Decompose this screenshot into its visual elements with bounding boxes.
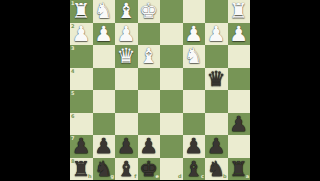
square-d6[interactable] [160,113,183,136]
rank-label-4: 4 [71,69,74,74]
square-b1[interactable] [205,0,228,23]
square-e7[interactable]: ♟ [138,135,161,158]
white-pawn[interactable]: ♟ [93,23,116,46]
black-knight[interactable]: ♞ [205,158,228,181]
white-bishop[interactable]: ♝ [138,45,161,68]
white-rook[interactable]: ♜ [70,0,93,23]
white-pawn[interactable]: ♟ [115,23,138,46]
square-g8[interactable]: ♞g [93,158,116,181]
file-label-d: d [178,174,182,179]
white-bishop[interactable]: ♝ [115,0,138,23]
square-f8[interactable]: ♝f [115,158,138,181]
square-f6[interactable] [115,113,138,136]
square-b4[interactable]: ♛ [205,68,228,91]
black-rook[interactable]: ♜ [228,158,251,181]
square-g1[interactable]: ♞ [93,0,116,23]
square-a4[interactable] [228,68,251,91]
letterbox-left [0,0,70,180]
square-f3[interactable]: ♛ [115,45,138,68]
square-b3[interactable] [205,45,228,68]
square-f2[interactable]: ♟ [115,23,138,46]
square-h3[interactable]: 3 [70,45,93,68]
square-h1[interactable]: ♜1 [70,0,93,23]
square-e2[interactable] [138,23,161,46]
square-h6[interactable]: 6 [70,113,93,136]
square-d8[interactable]: d [160,158,183,181]
square-a3[interactable] [228,45,251,68]
square-a7[interactable] [228,135,251,158]
black-queen[interactable]: ♛ [205,68,228,91]
square-e8[interactable]: ♚e [138,158,161,181]
square-d7[interactable] [160,135,183,158]
square-h7[interactable]: ♟7 [70,135,93,158]
square-g3[interactable] [93,45,116,68]
square-c5[interactable] [183,90,206,113]
letterbox-right [250,0,320,180]
white-pawn[interactable]: ♟ [228,23,251,46]
square-g2[interactable]: ♟ [93,23,116,46]
black-pawn[interactable]: ♟ [93,135,116,158]
black-pawn[interactable]: ♟ [183,135,206,158]
square-h8[interactable]: ♜8h [70,158,93,181]
square-c7[interactable]: ♟ [183,135,206,158]
square-a6[interactable]: ♟ [228,113,251,136]
white-king[interactable]: ♚ [138,0,161,23]
video-frame: ♜1♞♝♚♜♟2♟♟♟♟♟3♛♝♞4♛56♟♟7♟♟♟♟♟♜8h♞g♝f♚ed♝… [0,0,320,180]
square-d2[interactable] [160,23,183,46]
square-e3[interactable]: ♝ [138,45,161,68]
square-e4[interactable] [138,68,161,91]
white-rook[interactable]: ♜ [228,0,251,23]
rank-label-5: 5 [71,91,74,96]
square-b8[interactable]: ♞b [205,158,228,181]
square-f4[interactable] [115,68,138,91]
square-b2[interactable]: ♟ [205,23,228,46]
black-knight[interactable]: ♞ [93,158,116,181]
white-pawn[interactable]: ♟ [70,23,93,46]
square-e6[interactable] [138,113,161,136]
square-b5[interactable] [205,90,228,113]
white-queen[interactable]: ♛ [115,45,138,68]
square-d4[interactable] [160,68,183,91]
black-pawn[interactable]: ♟ [228,113,251,136]
square-d3[interactable] [160,45,183,68]
square-c2[interactable]: ♟ [183,23,206,46]
square-c1[interactable] [183,0,206,23]
square-d5[interactable] [160,90,183,113]
black-pawn[interactable]: ♟ [115,135,138,158]
square-g5[interactable] [93,90,116,113]
black-pawn[interactable]: ♟ [205,135,228,158]
square-f5[interactable] [115,90,138,113]
rank-label-3: 3 [71,46,74,51]
square-a1[interactable]: ♜ [228,0,251,23]
square-g7[interactable]: ♟ [93,135,116,158]
black-pawn[interactable]: ♟ [138,135,161,158]
square-f1[interactable]: ♝ [115,0,138,23]
square-h4[interactable]: 4 [70,68,93,91]
rank-label-6: 6 [71,114,74,119]
black-bishop[interactable]: ♝ [115,158,138,181]
square-f7[interactable]: ♟ [115,135,138,158]
square-h5[interactable]: 5 [70,90,93,113]
white-pawn[interactable]: ♟ [183,23,206,46]
square-g4[interactable] [93,68,116,91]
square-b7[interactable]: ♟ [205,135,228,158]
square-c3[interactable]: ♞ [183,45,206,68]
white-pawn[interactable]: ♟ [205,23,228,46]
square-c4[interactable] [183,68,206,91]
black-king[interactable]: ♚ [138,158,161,181]
square-c8[interactable]: ♝c [183,158,206,181]
square-g6[interactable] [93,113,116,136]
white-knight[interactable]: ♞ [93,0,116,23]
square-d1[interactable] [160,0,183,23]
square-c6[interactable] [183,113,206,136]
square-e1[interactable]: ♚ [138,0,161,23]
white-knight[interactable]: ♞ [183,45,206,68]
square-a5[interactable] [228,90,251,113]
square-a8[interactable]: ♜a [228,158,251,181]
black-bishop[interactable]: ♝ [183,158,206,181]
square-a2[interactable]: ♟ [228,23,251,46]
chess-board: ♜1♞♝♚♜♟2♟♟♟♟♟3♛♝♞4♛56♟♟7♟♟♟♟♟♜8h♞g♝f♚ed♝… [70,0,250,180]
black-rook[interactable]: ♜ [70,158,93,181]
black-pawn[interactable]: ♟ [70,135,93,158]
square-b6[interactable] [205,113,228,136]
square-e5[interactable] [138,90,161,113]
square-h2[interactable]: ♟2 [70,23,93,46]
